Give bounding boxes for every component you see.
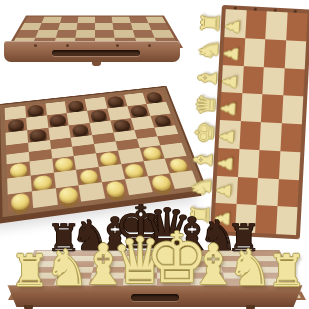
white-r-piece: ♜ <box>267 249 306 293</box>
upright-board: ♜♞♝♛♚♝♞♜♟♟♟♟♟♟♟♟ <box>210 5 309 239</box>
board-square <box>243 38 265 67</box>
hinge-screw-icon <box>116 44 119 47</box>
frame-screw-icon <box>294 10 297 13</box>
board-square <box>238 149 260 178</box>
board-square <box>148 23 170 30</box>
board-square <box>259 122 281 151</box>
board-square <box>58 23 78 30</box>
board-square <box>239 121 261 150</box>
hinge-screw-icon <box>148 44 151 47</box>
board-square <box>245 10 267 39</box>
board-square <box>261 94 283 123</box>
magnetic-white-pawn-piece: ♟ <box>215 68 243 95</box>
board-square <box>280 123 302 152</box>
hinge-screw-icon <box>66 44 69 47</box>
board-square <box>278 151 300 180</box>
board-square <box>286 12 308 41</box>
board-foot <box>24 305 33 309</box>
magnetic-white-pawn-piece: ♟ <box>213 95 241 122</box>
product-photo-canvas: ♜♞♝♛♚♝♞♜♟♟♟♟♟♟♟♟ ♜♞♝♚♛♝♞♜♜♞♝♛♚♝♞♜ <box>0 0 309 309</box>
magnetic-white-pawn-piece: ♟ <box>211 150 239 177</box>
frame-screw-icon <box>254 8 257 11</box>
frame-screw-icon <box>274 9 277 12</box>
board-square <box>95 30 115 38</box>
board-foot <box>246 305 255 309</box>
checkers-view <box>0 52 206 204</box>
board-square <box>113 23 133 30</box>
board-square <box>264 39 286 68</box>
light-checker <box>151 175 173 192</box>
light-checker <box>11 193 30 211</box>
frame-screw-icon <box>234 7 237 10</box>
white-n-piece: ♞ <box>228 243 273 293</box>
board-square <box>236 176 258 205</box>
light-checker <box>58 187 78 205</box>
board-square <box>257 178 279 207</box>
board-square <box>265 11 287 40</box>
board-square <box>8 192 33 212</box>
board-square <box>242 66 264 95</box>
board-square <box>32 188 58 208</box>
board-square <box>79 182 105 201</box>
board-square <box>283 68 305 97</box>
board-square <box>55 30 76 38</box>
board-square <box>114 30 135 38</box>
board-square <box>240 93 262 122</box>
board-square <box>95 23 114 30</box>
hinge-screw-icon <box>34 44 37 47</box>
board-square <box>284 40 306 69</box>
board-square <box>262 67 284 96</box>
magnetic-white-pawn-piece: ♟ <box>212 123 240 150</box>
magnetic-white-pawn-piece: ♟ <box>216 41 244 68</box>
board-square <box>75 30 95 38</box>
board-square <box>36 30 58 38</box>
board-square <box>39 23 60 30</box>
board-square <box>258 150 280 179</box>
board-square <box>76 23 95 30</box>
magnetic-white-pawn-piece: ♟ <box>218 13 246 40</box>
magnetic-white-pawn-piece: ♟ <box>209 177 237 204</box>
board-square <box>55 185 81 204</box>
board-square <box>281 96 303 125</box>
board-square <box>151 30 174 38</box>
board-square <box>277 179 299 208</box>
